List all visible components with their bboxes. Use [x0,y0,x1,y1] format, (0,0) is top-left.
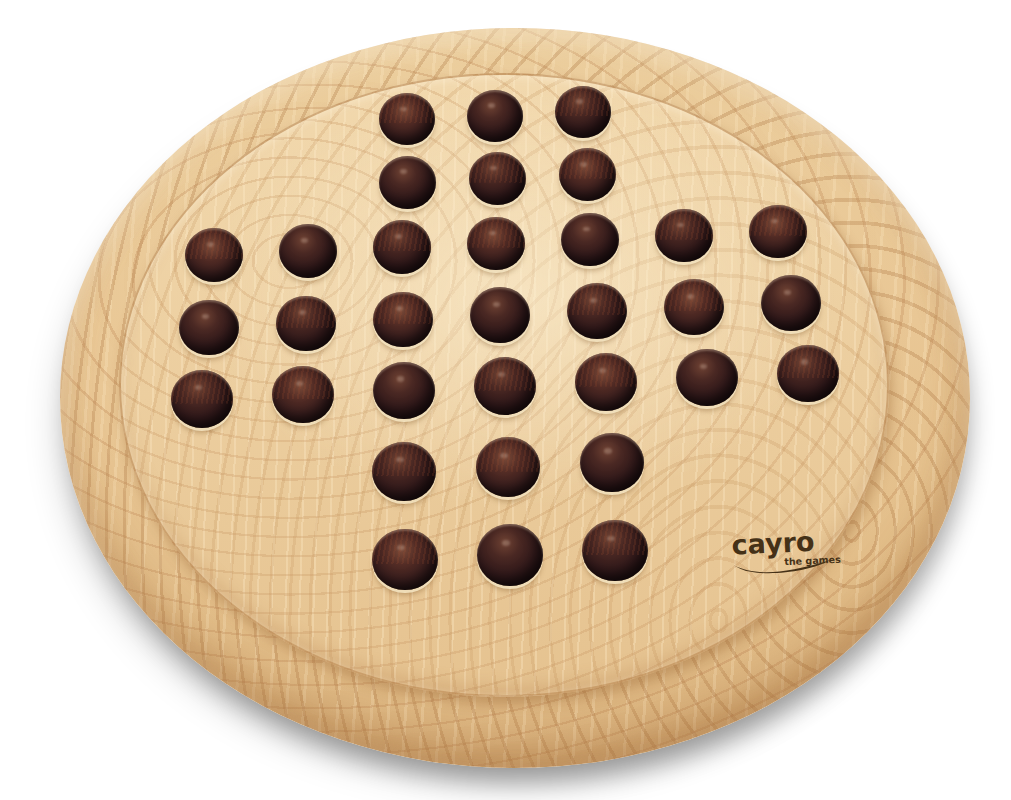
peg-ball-r5c1[interactable] [171,370,233,428]
peg-ball-r4c6[interactable] [664,279,724,335]
peg-ball-r5c5[interactable] [575,353,637,411]
ball-layer [0,0,1011,800]
peg-ball-r4c3[interactable] [373,292,433,348]
peg-ball-r3c7[interactable] [749,205,807,259]
peg-ball-r4c5[interactable] [567,283,627,339]
peg-ball-r2c4[interactable] [469,152,526,205]
peg-ball-r2c3[interactable] [379,156,436,209]
peg-ball-r7c5[interactable] [582,520,648,581]
peg-ball-r1c4[interactable] [467,90,523,142]
peg-ball-r4c4[interactable] [470,287,530,343]
peg-ball-r7c3[interactable] [372,529,438,590]
peg-ball-r5c7[interactable] [777,345,839,403]
peg-ball-r1c3[interactable] [379,93,435,145]
peg-ball-r6c3[interactable] [372,442,436,502]
peg-ball-r3c4[interactable] [467,217,525,271]
peg-ball-r5c2[interactable] [272,366,334,424]
peg-ball-r4c1[interactable] [179,300,239,356]
peg-ball-r4c2[interactable] [276,296,336,352]
peg-ball-r5c3[interactable] [373,362,435,420]
peg-ball-r2c5[interactable] [559,148,616,201]
peg-ball-r3c1[interactable] [185,228,243,282]
peg-ball-r6c4[interactable] [476,437,540,497]
peg-ball-r1c5[interactable] [555,86,611,138]
peg-ball-r3c3[interactable] [373,220,431,274]
peg-ball-r7c4[interactable] [477,524,543,585]
peg-ball-r5c4[interactable] [474,357,536,415]
peg-ball-r3c5[interactable] [561,213,619,267]
peg-ball-r3c2[interactable] [279,224,337,278]
peg-ball-r3c6[interactable] [655,209,713,263]
product-photo-scene: { "game": { "name": "Peg Solitaire (Soli… [0,0,1011,800]
peg-ball-r4c7[interactable] [761,275,821,331]
peg-ball-r6c5[interactable] [580,433,644,493]
peg-ball-r5c6[interactable] [676,349,738,407]
